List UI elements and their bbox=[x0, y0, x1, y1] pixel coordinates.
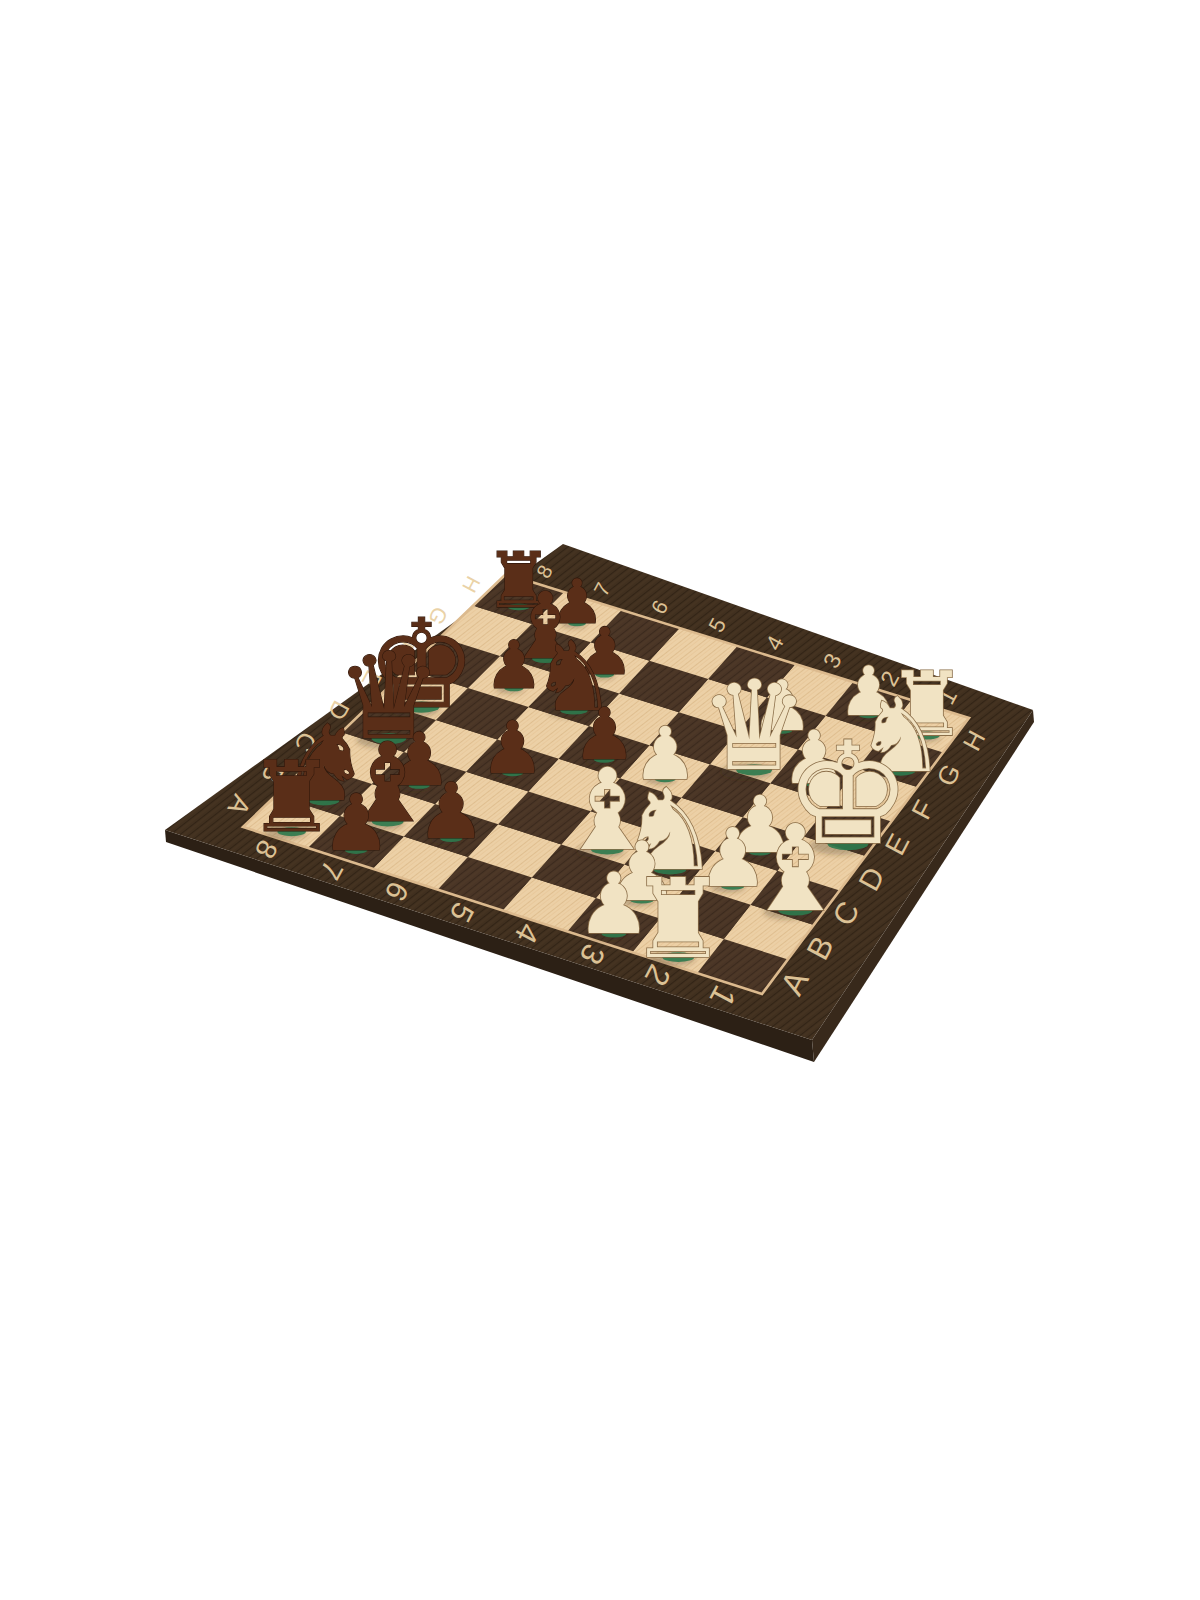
piece-black-pawn-b6: ♟ bbox=[417, 766, 486, 856]
piece-black-pawn-d6: ♟ bbox=[480, 706, 545, 790]
piece-white-bishop-c1: ♝ bbox=[742, 800, 849, 938]
piece-white-rook-a2: ♜ bbox=[629, 855, 727, 983]
product-photo-canvas: AA11BB22CC33DD44EE55FF66GG77HH88♜♟♝♟♟♚♞♟… bbox=[0, 0, 1200, 1600]
piece-black-pawn-a7: ♟ bbox=[321, 777, 391, 868]
chessboard-photo: AA11BB22CC33DD44EE55FF66GG77HH88♜♟♝♟♟♚♞♟… bbox=[0, 0, 1200, 1600]
